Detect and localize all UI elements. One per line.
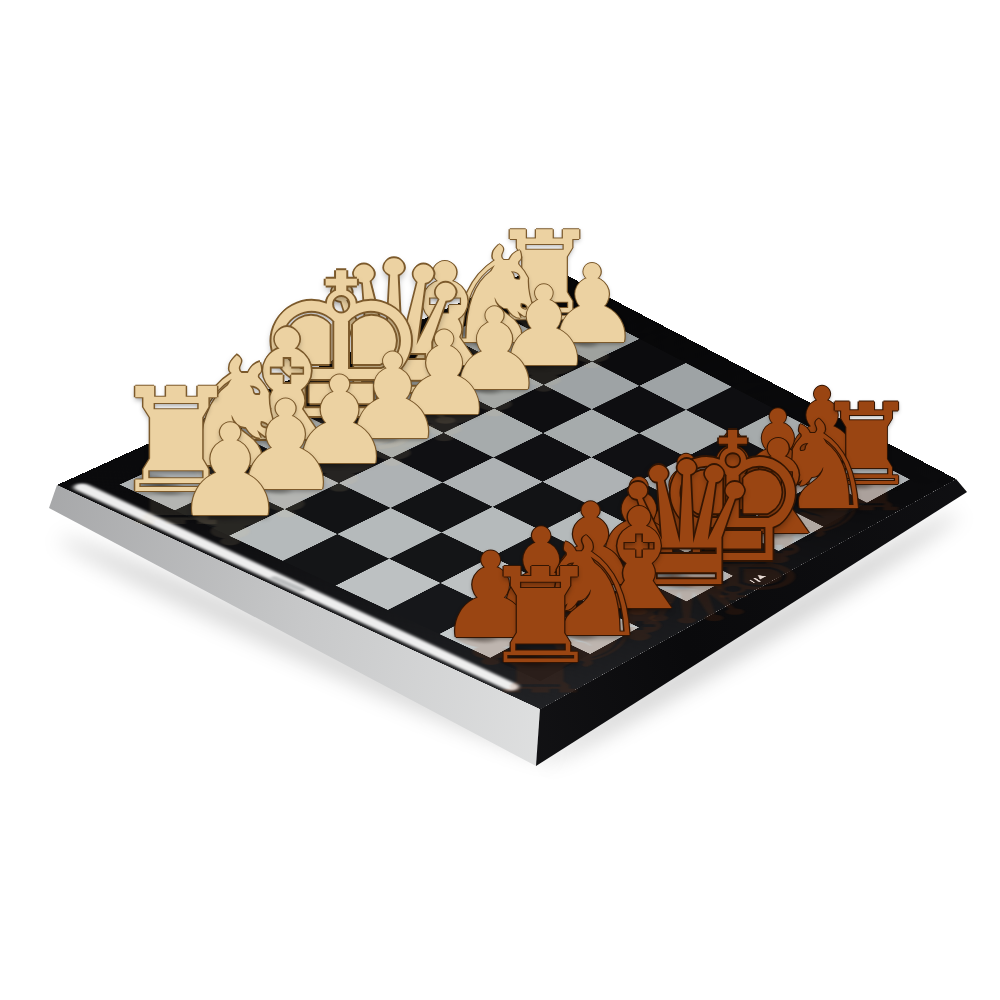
chess-board <box>57 264 956 709</box>
brand-logo-wing-icon <box>758 574 767 580</box>
brand-logo-text-line <box>749 580 755 584</box>
chess-set-product-photo: ♜♜♞♞♝♝♛♛♚♚♝♝♞♞♜♜♟♟♟♟♟♟♟♟♟♟♟♟♟♟♟♟♜♜♞♞♝♝♚♚… <box>0 0 1000 1000</box>
